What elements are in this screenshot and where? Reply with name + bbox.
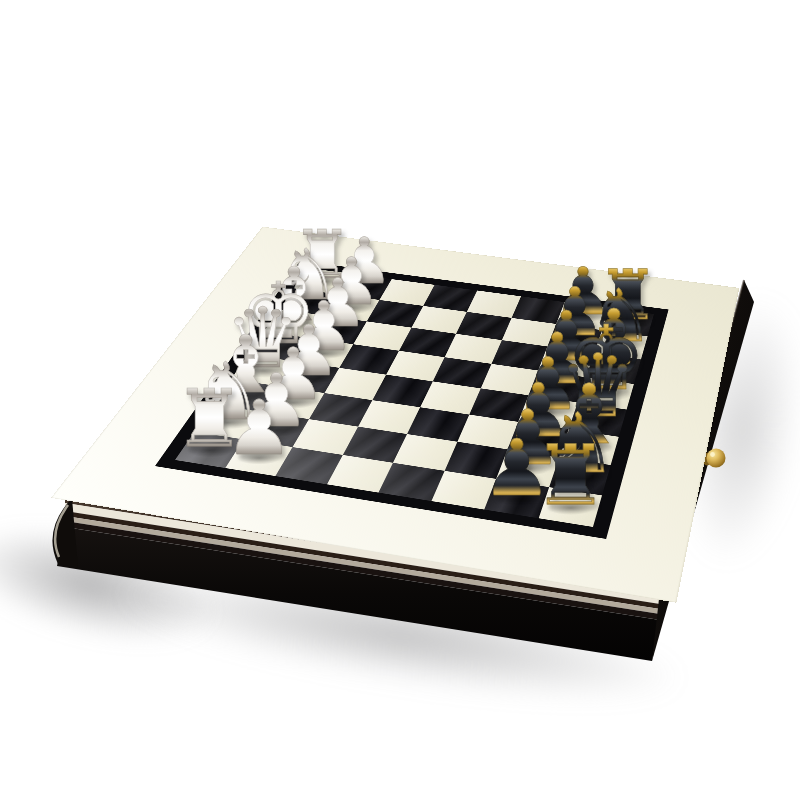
chess-board <box>175 268 654 527</box>
chess-set-product-photo: ♜♞♝♛♚♝♞♜♟♟♟♟♟♟♟♟♟♟♟♟♟♟♟♟♜♞♝♛♚♝♞♜ <box>0 0 800 800</box>
